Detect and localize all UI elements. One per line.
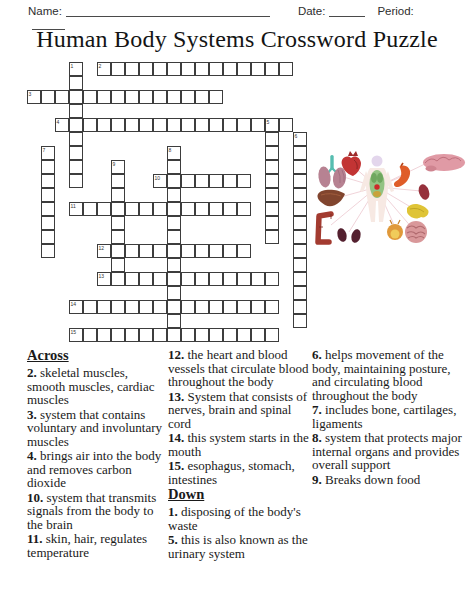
blocked-cell (251, 258, 265, 272)
large-intestine-icon (318, 214, 331, 242)
blocked-cell (153, 76, 167, 90)
grid-cell[interactable] (139, 328, 153, 342)
blocked-cell (279, 258, 293, 272)
grid-cell[interactable] (293, 300, 307, 314)
blocked-cell (27, 216, 41, 230)
grid-cell[interactable] (223, 244, 237, 258)
grid-cell[interactable] (69, 76, 83, 90)
page-title: Human Body Systems Crossword Puzzle (0, 26, 474, 53)
grid-cell[interactable]: 10 (153, 174, 167, 188)
grid-cell[interactable] (97, 118, 111, 132)
grid-cell[interactable] (293, 272, 307, 286)
kidneys-pair-icon (336, 227, 362, 244)
blocked-cell (237, 286, 251, 300)
blocked-cell (279, 76, 293, 90)
grid-cell[interactable]: 3 (27, 90, 41, 104)
blocked-cell (139, 132, 153, 146)
grid-cell[interactable] (237, 272, 251, 286)
grid-cell[interactable] (153, 300, 167, 314)
grid-cell[interactable] (195, 328, 209, 342)
blocked-cell (27, 174, 41, 188)
grid-cell[interactable]: 2 (97, 62, 111, 76)
grid-cell[interactable] (167, 300, 181, 314)
grid-cell[interactable] (139, 244, 153, 258)
clue-number: 9 (113, 161, 116, 167)
blocked-cell (293, 90, 307, 104)
grid-cell[interactable] (209, 62, 223, 76)
grid-cell[interactable]: 15 (69, 328, 83, 342)
blocked-cell (83, 62, 97, 76)
grid-cell[interactable] (111, 188, 125, 202)
grid-cell[interactable] (125, 202, 139, 216)
grid-cell[interactable] (293, 258, 307, 272)
grid-cell[interactable] (223, 328, 237, 342)
grid-cell[interactable] (181, 202, 195, 216)
clue-number: 4 (57, 119, 60, 125)
grid-cell[interactable] (293, 216, 307, 230)
grid-cell[interactable] (237, 202, 251, 216)
grid-cell[interactable] (167, 160, 181, 174)
kidney-icon (417, 183, 431, 201)
blocked-cell (69, 216, 83, 230)
grid-cell[interactable] (293, 188, 307, 202)
grid-cell[interactable] (195, 174, 209, 188)
grid-cell[interactable] (209, 202, 223, 216)
grid-cell[interactable] (167, 202, 181, 216)
blocked-cell (153, 230, 167, 244)
grid-cell[interactable] (111, 272, 125, 286)
blocked-cell (97, 216, 111, 230)
grid-cell[interactable] (83, 90, 97, 104)
grid-cell[interactable] (153, 62, 167, 76)
grid-cell[interactable] (251, 272, 265, 286)
anatomy-illustration (311, 143, 472, 253)
blocked-cell (223, 104, 237, 118)
grid-cell[interactable] (125, 62, 139, 76)
blocked-cell (55, 104, 69, 118)
blocked-cell (27, 76, 41, 90)
grid-cell[interactable] (195, 118, 209, 132)
grid-cell[interactable] (195, 244, 209, 258)
blocked-cell (237, 90, 251, 104)
blocked-cell (83, 146, 97, 160)
blocked-cell (83, 314, 97, 328)
blocked-cell (83, 216, 97, 230)
grid-cell[interactable] (181, 328, 195, 342)
grid-cell[interactable] (223, 118, 237, 132)
center-marker (374, 184, 379, 189)
grid-cell[interactable] (167, 230, 181, 244)
blocked-cell (55, 272, 69, 286)
date-blank[interactable] (329, 4, 365, 17)
blocked-cell (55, 258, 69, 272)
grid-cell[interactable] (265, 300, 279, 314)
blocked-cell (27, 328, 41, 342)
grid-cell[interactable] (265, 174, 279, 188)
grid-cell[interactable] (209, 328, 223, 342)
clue-across-10: 10. system that transmits signals from t… (27, 491, 168, 532)
blocked-cell (139, 146, 153, 160)
grid-cell[interactable] (139, 272, 153, 286)
blocked-cell (251, 216, 265, 230)
grid-cell[interactable] (265, 202, 279, 216)
blocked-cell (209, 258, 223, 272)
grid-cell[interactable] (69, 160, 83, 174)
blocked-cell (209, 104, 223, 118)
grid-cell[interactable] (265, 146, 279, 160)
grid-cell[interactable] (195, 62, 209, 76)
blocked-cell (125, 230, 139, 244)
grid-cell[interactable] (251, 328, 265, 342)
grid-cell[interactable] (293, 244, 307, 258)
grid-cell[interactable] (293, 160, 307, 174)
grid-cell[interactable] (69, 174, 83, 188)
blocked-cell (69, 286, 83, 300)
body-head (372, 156, 383, 167)
grid-cell[interactable] (237, 244, 251, 258)
clue-number: 15 (71, 329, 77, 335)
blocked-cell (55, 174, 69, 188)
blocked-cell (237, 132, 251, 146)
blocked-cell (181, 286, 195, 300)
grid-cell[interactable] (237, 300, 251, 314)
grid-cell[interactable] (111, 258, 125, 272)
grid-cell[interactable] (209, 272, 223, 286)
blocked-cell (27, 160, 41, 174)
grid-cell[interactable] (265, 160, 279, 174)
grid-cell[interactable] (251, 118, 265, 132)
blocked-cell (195, 104, 209, 118)
grid-cell[interactable] (223, 62, 237, 76)
blocked-cell (279, 272, 293, 286)
grid-cell[interactable] (153, 328, 167, 342)
clues-column-2: 12. the heart and blood vessels that cir… (168, 348, 309, 561)
blocked-cell (251, 90, 265, 104)
grid-cell[interactable] (167, 328, 181, 342)
grid-cell[interactable] (41, 230, 55, 244)
liver-icon (317, 190, 345, 206)
grid-cell[interactable] (251, 62, 265, 76)
grid-cell[interactable]: 4 (55, 118, 69, 132)
blocked-cell (153, 216, 167, 230)
grid-cell[interactable] (167, 216, 181, 230)
grid-cell[interactable] (41, 160, 55, 174)
clues-column-3: 6. helps movement of the body, maintaini… (312, 348, 470, 487)
grid-cell[interactable] (69, 118, 83, 132)
blocked-cell (139, 160, 153, 174)
blocked-cell (223, 188, 237, 202)
blocked-cell (27, 62, 41, 76)
grid-cell[interactable] (181, 300, 195, 314)
blocked-cell (251, 188, 265, 202)
grid-cell[interactable] (167, 258, 181, 272)
grid-cell[interactable] (139, 300, 153, 314)
clue-number: 3 (29, 91, 32, 97)
grid-cell[interactable] (265, 272, 279, 286)
grid-cell[interactable] (265, 230, 279, 244)
blocked-cell (27, 104, 41, 118)
grid-cell[interactable] (223, 300, 237, 314)
blocked-cell (223, 90, 237, 104)
grid-cell[interactable] (223, 272, 237, 286)
grid-cell[interactable] (111, 90, 125, 104)
blocked-cell (265, 90, 279, 104)
blocked-cell (279, 90, 293, 104)
grid-cell[interactable] (293, 230, 307, 244)
grid-cell[interactable] (167, 174, 181, 188)
grid-cell[interactable]: 7 (41, 146, 55, 160)
grid-cell[interactable] (69, 146, 83, 160)
blocked-cell (27, 286, 41, 300)
grid-cell[interactable]: 9 (111, 160, 125, 174)
blocked-cell (125, 188, 139, 202)
grid-cell[interactable] (111, 300, 125, 314)
blocked-cell (55, 76, 69, 90)
grid-cell[interactable] (293, 286, 307, 300)
blocked-cell (55, 62, 69, 76)
grid-cell[interactable] (111, 174, 125, 188)
blocked-cell (195, 188, 209, 202)
grid-cell[interactable]: 1 (69, 62, 83, 76)
grid-cell[interactable]: 8 (167, 146, 181, 160)
grid-cell[interactable] (97, 300, 111, 314)
grid-cell[interactable] (153, 272, 167, 286)
blocked-cell (153, 188, 167, 202)
grid-cell[interactable] (83, 202, 97, 216)
grid-cell[interactable]: 12 (97, 244, 111, 258)
grid-cell[interactable] (279, 62, 293, 76)
grid-cell[interactable] (167, 90, 181, 104)
clue-number: 5 (267, 119, 270, 125)
grid-cell[interactable] (139, 202, 153, 216)
grid-cell[interactable] (153, 202, 167, 216)
crossword-grid: 123456789101112131415 (27, 62, 307, 342)
grid-cell[interactable] (181, 118, 195, 132)
blocked-cell (125, 216, 139, 230)
grid-cell[interactable]: 14 (69, 300, 83, 314)
grid-cell[interactable] (209, 90, 223, 104)
grid-cell[interactable] (195, 300, 209, 314)
blocked-cell (195, 230, 209, 244)
grid-cell[interactable] (41, 202, 55, 216)
grid-cell[interactable] (125, 118, 139, 132)
grid-cell[interactable] (209, 244, 223, 258)
grid-cell[interactable] (265, 62, 279, 76)
blocked-cell (181, 188, 195, 202)
blocked-cell (97, 286, 111, 300)
grid-cell[interactable] (237, 118, 251, 132)
grid-cell[interactable] (139, 62, 153, 76)
clue-across-3: 3. system that contains voluntary and in… (27, 408, 168, 449)
grid-cell[interactable] (125, 328, 139, 342)
grid-cell[interactable] (209, 174, 223, 188)
blocked-cell (195, 286, 209, 300)
clues-column-1: Across2. skeletal muscles, smooth muscle… (27, 348, 168, 560)
grid-cell[interactable] (83, 328, 97, 342)
blocked-cell (223, 76, 237, 90)
grid-cell[interactable] (83, 118, 97, 132)
blocked-cell (83, 272, 97, 286)
grid-cell[interactable] (293, 202, 307, 216)
grid-cell[interactable] (153, 118, 167, 132)
blocked-cell (69, 272, 83, 286)
grid-cell[interactable] (97, 328, 111, 342)
grid-cell[interactable] (41, 90, 55, 104)
blocked-cell (27, 314, 41, 328)
grid-cell[interactable] (125, 272, 139, 286)
across-header: Across (27, 348, 168, 363)
blocked-cell (27, 230, 41, 244)
clue-number: 12 (99, 245, 105, 251)
grid-cell[interactable] (111, 62, 125, 76)
clue-across-12: 12. the heart and blood vessels that cir… (168, 348, 309, 389)
grid-cell[interactable] (293, 314, 307, 328)
blocked-cell (83, 258, 97, 272)
grid-cell[interactable] (279, 118, 293, 132)
blocked-cell (55, 160, 69, 174)
grid-cell[interactable] (69, 132, 83, 146)
grid-cell[interactable] (111, 202, 125, 216)
grid-cell[interactable] (195, 90, 209, 104)
blocked-cell (83, 160, 97, 174)
grid-cell[interactable] (293, 146, 307, 160)
blocked-cell (27, 272, 41, 286)
blocked-cell (55, 216, 69, 230)
blocked-cell (293, 62, 307, 76)
period-label: Period: (377, 5, 413, 17)
blocked-cell (209, 188, 223, 202)
grid-cell[interactable] (125, 90, 139, 104)
blocked-cell (125, 160, 139, 174)
grid-cell[interactable] (209, 118, 223, 132)
blocked-cell (125, 146, 139, 160)
grid-cell[interactable] (265, 132, 279, 146)
grid-cell[interactable] (41, 174, 55, 188)
blocked-cell (293, 76, 307, 90)
blocked-cell (279, 132, 293, 146)
grid-cell[interactable] (167, 272, 181, 286)
grid-cell[interactable] (223, 174, 237, 188)
grid-cell[interactable] (125, 244, 139, 258)
blocked-cell (293, 118, 307, 132)
grid-cell[interactable] (111, 118, 125, 132)
grid-cell[interactable] (181, 272, 195, 286)
blocked-cell (83, 104, 97, 118)
grid-cell[interactable] (97, 90, 111, 104)
grid-cell[interactable] (181, 90, 195, 104)
grid-cell[interactable] (55, 90, 69, 104)
grid-cell[interactable] (265, 188, 279, 202)
grid-cell[interactable] (237, 62, 251, 76)
grid-cell[interactable] (111, 230, 125, 244)
blocked-cell (41, 104, 55, 118)
blocked-cell (181, 216, 195, 230)
small-intestine-icon (405, 221, 427, 243)
grid-cell[interactable] (167, 286, 181, 300)
blocked-cell (251, 132, 265, 146)
grid-cell[interactable] (167, 62, 181, 76)
blocked-cell (41, 118, 55, 132)
blocked-cell (251, 76, 265, 90)
grid-cell[interactable] (251, 300, 265, 314)
blocked-cell (181, 146, 195, 160)
blocked-cell (237, 146, 251, 160)
grid-cell[interactable] (265, 328, 279, 342)
grid-cell[interactable]: 13 (97, 272, 111, 286)
blocked-cell (209, 160, 223, 174)
grid-cell[interactable] (83, 300, 97, 314)
grid-cell[interactable]: 5 (265, 118, 279, 132)
grid-cell[interactable] (167, 244, 181, 258)
grid-cell[interactable] (41, 188, 55, 202)
grid-cell[interactable] (195, 202, 209, 216)
blocked-cell (279, 286, 293, 300)
grid-cell[interactable] (111, 328, 125, 342)
blocked-cell (251, 314, 265, 328)
blocked-cell (279, 300, 293, 314)
grid-cell[interactable] (223, 202, 237, 216)
blocked-cell (83, 76, 97, 90)
grid-cell[interactable] (41, 216, 55, 230)
grid-cell[interactable] (139, 90, 153, 104)
grid-cell[interactable] (111, 244, 125, 258)
name-blank[interactable] (66, 4, 270, 17)
blocked-cell (293, 328, 307, 342)
grid-cell[interactable] (195, 272, 209, 286)
grid-cell[interactable] (167, 118, 181, 132)
blocked-cell (139, 174, 153, 188)
grid-cell[interactable] (181, 174, 195, 188)
blocked-cell (223, 146, 237, 160)
grid-cell[interactable] (153, 244, 167, 258)
blocked-cell (27, 202, 41, 216)
blocked-cell (111, 286, 125, 300)
blocked-cell (279, 188, 293, 202)
grid-cell[interactable] (153, 90, 167, 104)
blocked-cell (41, 328, 55, 342)
grid-cell[interactable] (181, 244, 195, 258)
grid-cell[interactable] (111, 216, 125, 230)
grid-cell[interactable] (125, 300, 139, 314)
grid-cell[interactable] (167, 314, 181, 328)
blocked-cell (237, 230, 251, 244)
grid-cell[interactable] (139, 118, 153, 132)
grid-cell[interactable] (41, 244, 55, 258)
grid-cell[interactable] (69, 90, 83, 104)
blocked-cell (27, 300, 41, 314)
blocked-cell (279, 230, 293, 244)
grid-cell[interactable] (293, 174, 307, 188)
grid-cell[interactable]: 11 (69, 202, 83, 216)
grid-cell[interactable] (265, 216, 279, 230)
grid-cell[interactable] (237, 174, 251, 188)
blocked-cell (83, 188, 97, 202)
grid-cell[interactable] (97, 202, 111, 216)
grid-cell[interactable] (167, 188, 181, 202)
grid-cell[interactable] (237, 328, 251, 342)
blocked-cell (223, 216, 237, 230)
grid-cell[interactable]: 6 (293, 132, 307, 146)
blocked-cell (41, 132, 55, 146)
blocked-cell (125, 286, 139, 300)
grid-cell[interactable] (209, 300, 223, 314)
grid-cell[interactable] (181, 62, 195, 76)
worksheet-header: Name:Date:Period: (28, 4, 446, 20)
blocked-cell (195, 314, 209, 328)
clue-across-13: 13. System that consists of nerves, brai… (168, 390, 309, 431)
blocked-cell (69, 188, 83, 202)
grid-cell[interactable] (69, 104, 83, 118)
